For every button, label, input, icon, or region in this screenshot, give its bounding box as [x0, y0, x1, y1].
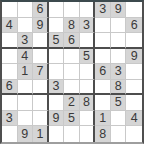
cell-r2c4[interactable] — [49, 18, 65, 34]
cell-r2c7[interactable] — [95, 18, 111, 34]
cell-r2c2[interactable] — [18, 18, 34, 34]
cell-r7c2[interactable] — [18, 95, 34, 111]
cell-r1c2[interactable] — [18, 2, 34, 18]
given-digit-r5c2[interactable]: 1 — [18, 64, 34, 80]
cell-r4c5[interactable] — [64, 49, 80, 65]
given-digit-r5c8[interactable]: 3 — [111, 64, 127, 80]
cell-r1c5[interactable] — [64, 2, 80, 18]
given-digit-r7c8[interactable]: 5 — [111, 95, 127, 111]
cell-r7c9[interactable] — [126, 95, 142, 111]
cell-r3c9[interactable] — [126, 33, 142, 49]
given-digit-r1c7[interactable]: 3 — [95, 2, 111, 18]
given-digit-r3c2[interactable]: 3 — [18, 33, 34, 49]
cell-r5c9[interactable] — [126, 64, 142, 80]
cell-r3c8[interactable] — [111, 33, 127, 49]
given-digit-r8c5[interactable]: 5 — [64, 111, 80, 127]
given-digit-r2c5[interactable]: 8 — [64, 18, 80, 34]
given-digit-r5c3[interactable]: 7 — [33, 64, 49, 80]
cell-r3c3[interactable] — [33, 33, 49, 49]
cell-r5c4[interactable] — [49, 64, 65, 80]
cell-r3c1[interactable] — [2, 33, 18, 49]
given-digit-r5c7[interactable]: 6 — [95, 64, 111, 80]
cell-r8c6[interactable] — [80, 111, 96, 127]
given-digit-r7c6[interactable]: 8 — [80, 95, 96, 111]
cell-r1c6[interactable] — [80, 2, 96, 18]
given-digit-r2c6[interactable]: 3 — [80, 18, 96, 34]
cell-r8c2[interactable] — [18, 111, 34, 127]
cell-r1c1[interactable] — [2, 2, 18, 18]
cell-r6c9[interactable] — [126, 80, 142, 96]
given-digit-r9c3[interactable]: 1 — [33, 126, 49, 142]
cell-r7c3[interactable] — [33, 95, 49, 111]
cell-r5c5[interactable] — [64, 64, 80, 80]
cell-r4c1[interactable] — [2, 49, 18, 65]
cell-r4c7[interactable] — [95, 49, 111, 65]
given-digit-r4c9[interactable]: 9 — [126, 49, 142, 65]
given-digit-r8c7[interactable]: 1 — [95, 111, 111, 127]
cell-r6c6[interactable] — [80, 80, 96, 96]
cell-r1c9[interactable] — [126, 2, 142, 18]
cell-r6c2[interactable] — [18, 80, 34, 96]
cell-r4c4[interactable] — [49, 49, 65, 65]
given-digit-r6c8[interactable]: 8 — [111, 80, 127, 96]
cell-r9c4[interactable] — [49, 126, 65, 142]
cell-r6c7[interactable] — [95, 80, 111, 96]
given-digit-r3c5[interactable]: 6 — [64, 33, 80, 49]
cell-r4c8[interactable] — [111, 49, 127, 65]
cell-r9c8[interactable] — [111, 126, 127, 142]
cell-r7c4[interactable] — [49, 95, 65, 111]
cell-r5c6[interactable] — [80, 64, 96, 80]
cell-r8c8[interactable] — [111, 111, 127, 127]
cell-r1c4[interactable] — [49, 2, 65, 18]
given-digit-r2c1[interactable]: 4 — [2, 18, 18, 34]
given-digit-r4c2[interactable]: 4 — [18, 49, 34, 65]
given-digit-r8c1[interactable]: 3 — [2, 111, 18, 127]
given-digit-r4c6[interactable]: 5 — [80, 49, 96, 65]
given-digit-r2c9[interactable]: 6 — [126, 18, 142, 34]
given-digit-r6c4[interactable]: 3 — [49, 80, 65, 96]
given-digit-r8c4[interactable]: 9 — [49, 111, 65, 127]
given-digit-r9c7[interactable]: 8 — [95, 126, 111, 142]
cell-r5c1[interactable] — [2, 64, 18, 80]
cell-r2c8[interactable] — [111, 18, 127, 34]
cell-r4c3[interactable] — [33, 49, 49, 65]
given-digit-r7c5[interactable]: 2 — [64, 95, 80, 111]
cell-r9c1[interactable] — [2, 126, 18, 142]
given-digit-r2c3[interactable]: 9 — [33, 18, 49, 34]
given-digit-r3c4[interactable]: 5 — [49, 33, 65, 49]
cell-r7c7[interactable] — [95, 95, 111, 111]
sudoku-board: 63949836356459176363828539514918 — [0, 0, 144, 144]
given-digit-r9c2[interactable]: 9 — [18, 126, 34, 142]
cell-r8c3[interactable] — [33, 111, 49, 127]
given-digit-r1c8[interactable]: 9 — [111, 2, 127, 18]
cell-r3c6[interactable] — [80, 33, 96, 49]
cell-r6c5[interactable] — [64, 80, 80, 96]
cell-r9c6[interactable] — [80, 126, 96, 142]
given-digit-r6c1[interactable]: 6 — [2, 80, 18, 96]
cell-r9c5[interactable] — [64, 126, 80, 142]
cell-r7c1[interactable] — [2, 95, 18, 111]
given-digit-r1c3[interactable]: 6 — [33, 2, 49, 18]
cell-r3c7[interactable] — [95, 33, 111, 49]
cell-r6c3[interactable] — [33, 80, 49, 96]
given-digit-r8c9[interactable]: 4 — [126, 111, 142, 127]
cell-r9c9[interactable] — [126, 126, 142, 142]
